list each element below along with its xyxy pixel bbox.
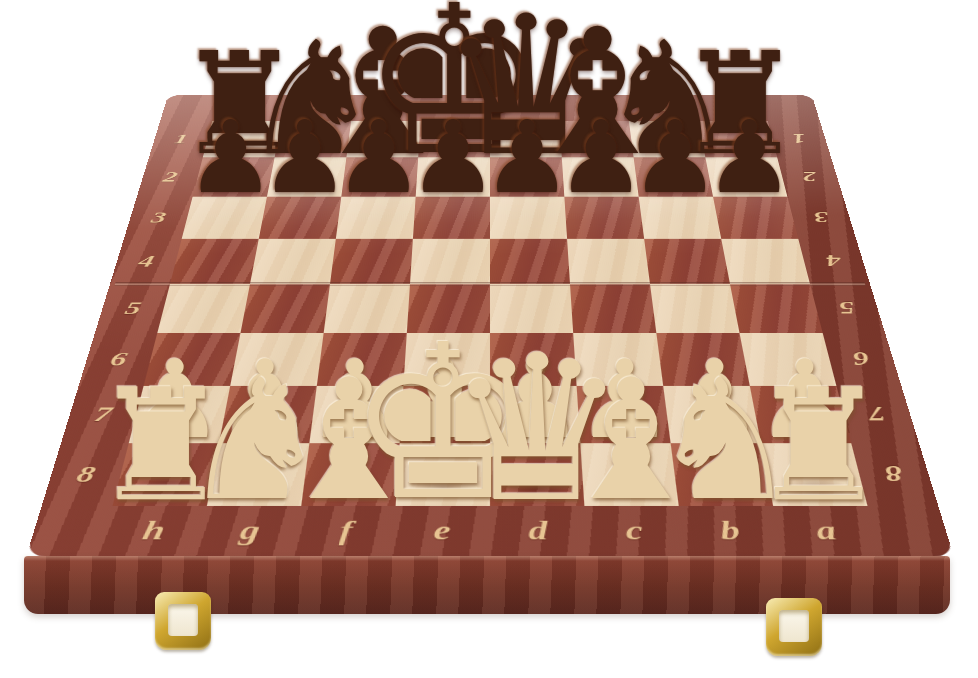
square-a5[interactable] [730, 284, 823, 333]
light-rook-a8[interactable]: ♜ [749, 368, 888, 523]
brass-clasp-left[interactable] [155, 592, 211, 650]
product-photo-scene: 11hh22gg33ff44ee55dd66cc77bb88aa ♜♞♝♚♛♝♞… [0, 0, 978, 678]
dark-pawn-a2[interactable]: ♟ [704, 108, 794, 208]
rank-label-left-5: 5 [108, 299, 158, 317]
rank-label-left-4: 4 [122, 252, 170, 269]
brass-clasp-right[interactable] [766, 598, 822, 656]
rank-label-left-3: 3 [136, 209, 182, 225]
square-b5[interactable] [650, 284, 739, 333]
square-g5[interactable] [241, 284, 330, 333]
square-c4[interactable] [567, 239, 650, 284]
square-h4[interactable] [170, 239, 259, 284]
square-b4[interactable] [644, 239, 730, 284]
rank-label-right-4: 4 [810, 252, 858, 269]
rank-label-right-5: 5 [822, 299, 872, 317]
square-d4[interactable] [490, 239, 570, 284]
square-g4[interactable] [250, 239, 336, 284]
square-a4[interactable] [721, 239, 810, 284]
rank-label-right-3: 3 [798, 209, 844, 225]
fold-seam [114, 282, 865, 286]
square-e4[interactable] [410, 239, 490, 284]
square-h5[interactable] [157, 284, 250, 333]
square-f4[interactable] [330, 239, 413, 284]
